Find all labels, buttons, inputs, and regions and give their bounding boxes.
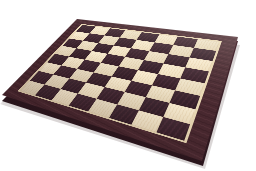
field-border-line: [17, 24, 222, 143]
playing-field: [20, 25, 219, 141]
board-photo: [0, 0, 256, 171]
